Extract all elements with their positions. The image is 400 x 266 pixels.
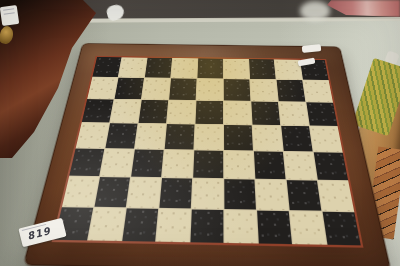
board-square: [190, 209, 223, 242]
board-square: [194, 125, 223, 150]
board-square: [249, 59, 276, 79]
board-square: [156, 209, 190, 242]
board-square: [100, 149, 134, 177]
pale-smudge: [300, 1, 330, 21]
board-square: [195, 101, 223, 124]
board-square: [171, 58, 197, 78]
board-square: [253, 125, 283, 151]
board-square: [94, 177, 130, 207]
board-square: [76, 123, 109, 148]
board-square: [318, 181, 354, 212]
board-square: [192, 179, 224, 209]
board-frame: [23, 43, 391, 266]
board-square: [115, 78, 144, 100]
board-square: [167, 100, 196, 123]
board-square: [224, 151, 254, 179]
board-square: [254, 151, 286, 179]
board-square: [135, 124, 166, 149]
board-square: [110, 100, 141, 123]
board-square: [290, 211, 327, 245]
board-square: [224, 179, 256, 209]
sticker-print-line: [4, 8, 14, 10]
board-square: [169, 78, 196, 100]
board-square: [314, 152, 348, 180]
board-square: [310, 126, 343, 152]
board-square: [281, 126, 312, 152]
board-square: [119, 57, 147, 77]
board-square: [279, 102, 309, 126]
board-grid: [52, 56, 364, 248]
board-square: [88, 208, 125, 241]
board-square: [165, 124, 195, 149]
sticker-print-line: [4, 12, 14, 14]
board-square: [224, 125, 253, 150]
board-square: [127, 178, 161, 208]
board-square: [92, 57, 121, 77]
board-square: [250, 80, 278, 102]
board-square: [193, 150, 223, 178]
board-square: [251, 102, 280, 125]
board-square: [224, 101, 252, 124]
board-square: [224, 59, 250, 79]
board-square: [224, 79, 251, 101]
board-square: [131, 149, 163, 177]
board-square: [197, 58, 222, 78]
board-square: [196, 79, 222, 101]
board-square: [122, 208, 158, 241]
board-square: [139, 100, 169, 123]
board-square: [287, 180, 322, 211]
board-square: [82, 99, 114, 122]
chessboard: [23, 43, 391, 266]
board-square: [87, 77, 117, 99]
photo-stage: 819: [0, 0, 400, 266]
board-square: [303, 80, 333, 102]
board-square: [145, 58, 172, 78]
board-square: [323, 212, 361, 246]
board-square: [257, 211, 292, 245]
board-square: [69, 149, 104, 177]
board-square: [224, 210, 257, 243]
board-square: [162, 150, 193, 178]
board-square: [105, 123, 137, 148]
board-square: [277, 80, 306, 102]
board-square: [284, 152, 317, 180]
board-square: [62, 177, 99, 207]
board-square: [142, 78, 170, 100]
playfield: [52, 56, 364, 248]
board-square: [255, 180, 288, 210]
furniture-label-sticker: [0, 5, 19, 26]
board-square: [159, 178, 192, 208]
board-square: [306, 102, 337, 126]
